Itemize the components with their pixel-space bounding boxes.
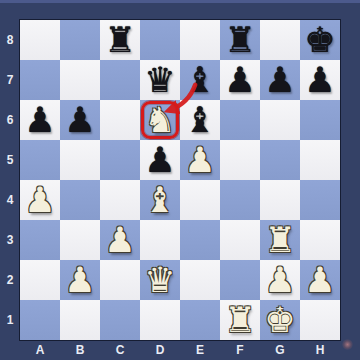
file-label-h: H xyxy=(300,340,340,360)
square-e7[interactable]: ♝ xyxy=(180,60,220,100)
white-pawn[interactable]: ♟ xyxy=(60,260,100,300)
black-king[interactable]: ♚ xyxy=(300,20,340,60)
black-pawn[interactable]: ♟ xyxy=(60,100,100,140)
rank-label-3: 3 xyxy=(0,220,20,260)
white-pawn[interactable]: ♟ xyxy=(260,260,300,300)
rank-label-7: 7 xyxy=(0,60,20,100)
white-queen[interactable]: ♛ xyxy=(140,260,180,300)
square-d4[interactable]: ♝ xyxy=(140,180,180,220)
square-c6[interactable] xyxy=(100,100,140,140)
square-c4[interactable] xyxy=(100,180,140,220)
file-labels: ABCDEFGH xyxy=(20,340,340,360)
rank-label-1: 1 xyxy=(0,300,20,340)
square-g2[interactable]: ♟ xyxy=(260,260,300,300)
square-b5[interactable] xyxy=(60,140,100,180)
rank-label-8: 8 xyxy=(0,20,20,60)
white-bishop[interactable]: ♝ xyxy=(140,180,180,220)
square-b6[interactable]: ♟ xyxy=(60,100,100,140)
square-h7[interactable]: ♟ xyxy=(300,60,340,100)
square-f6[interactable] xyxy=(220,100,260,140)
rank-label-4: 4 xyxy=(0,180,20,220)
white-pawn[interactable]: ♟ xyxy=(20,180,60,220)
file-label-f: F xyxy=(220,340,260,360)
square-b4[interactable] xyxy=(60,180,100,220)
square-c5[interactable] xyxy=(100,140,140,180)
square-b2[interactable]: ♟ xyxy=(60,260,100,300)
file-label-a: A xyxy=(20,340,60,360)
square-h8[interactable]: ♚ xyxy=(300,20,340,60)
square-h5[interactable] xyxy=(300,140,340,180)
square-c3[interactable]: ♟ xyxy=(100,220,140,260)
square-d3[interactable] xyxy=(140,220,180,260)
white-king[interactable]: ♚ xyxy=(260,300,300,340)
white-rook[interactable]: ♜ xyxy=(220,300,260,340)
rank-label-2: 2 xyxy=(0,260,20,300)
square-f2[interactable] xyxy=(220,260,260,300)
black-bishop[interactable]: ♝ xyxy=(180,100,220,140)
square-f3[interactable] xyxy=(220,220,260,260)
square-f4[interactable] xyxy=(220,180,260,220)
black-queen[interactable]: ♛ xyxy=(140,60,180,100)
black-pawn[interactable]: ♟ xyxy=(300,60,340,100)
chess-board: ♜♜♚♛♝♟♟♟♟♟♞♝♟♟♟♝♟♜♟♛♟♟♜♚ xyxy=(20,20,340,340)
square-b1[interactable] xyxy=(60,300,100,340)
white-pawn[interactable]: ♟ xyxy=(100,220,140,260)
square-e6[interactable]: ♝ xyxy=(180,100,220,140)
square-e3[interactable] xyxy=(180,220,220,260)
square-e8[interactable] xyxy=(180,20,220,60)
square-g3[interactable]: ♜ xyxy=(260,220,300,260)
white-pawn[interactable]: ♟ xyxy=(300,260,340,300)
square-e2[interactable] xyxy=(180,260,220,300)
square-g4[interactable] xyxy=(260,180,300,220)
square-h1[interactable] xyxy=(300,300,340,340)
square-a2[interactable] xyxy=(20,260,60,300)
square-d5[interactable]: ♟ xyxy=(140,140,180,180)
file-label-g: G xyxy=(260,340,300,360)
square-a3[interactable] xyxy=(20,220,60,260)
file-label-d: D xyxy=(140,340,180,360)
square-d6[interactable]: ♞ xyxy=(140,100,180,140)
rank-label-5: 5 xyxy=(0,140,20,180)
square-h2[interactable]: ♟ xyxy=(300,260,340,300)
square-h4[interactable] xyxy=(300,180,340,220)
white-rook[interactable]: ♜ xyxy=(260,220,300,260)
black-rook[interactable]: ♜ xyxy=(100,20,140,60)
rank-label-6: 6 xyxy=(0,100,20,140)
square-d2[interactable]: ♛ xyxy=(140,260,180,300)
white-knight[interactable]: ♞ xyxy=(140,100,180,140)
square-h6[interactable] xyxy=(300,100,340,140)
square-c2[interactable] xyxy=(100,260,140,300)
square-d1[interactable] xyxy=(140,300,180,340)
square-e5[interactable]: ♟ xyxy=(180,140,220,180)
square-c1[interactable] xyxy=(100,300,140,340)
square-e4[interactable] xyxy=(180,180,220,220)
black-pawn[interactable]: ♟ xyxy=(140,140,180,180)
square-b7[interactable] xyxy=(60,60,100,100)
square-g6[interactable] xyxy=(260,100,300,140)
white-pawn[interactable]: ♟ xyxy=(180,140,220,180)
square-f8[interactable]: ♜ xyxy=(220,20,260,60)
black-pawn[interactable]: ♟ xyxy=(260,60,300,100)
file-label-b: B xyxy=(60,340,100,360)
square-b8[interactable] xyxy=(60,20,100,60)
square-b3[interactable] xyxy=(60,220,100,260)
black-pawn[interactable]: ♟ xyxy=(220,60,260,100)
square-a7[interactable] xyxy=(20,60,60,100)
square-g7[interactable]: ♟ xyxy=(260,60,300,100)
black-pawn[interactable]: ♟ xyxy=(20,100,60,140)
square-a1[interactable] xyxy=(20,300,60,340)
square-f5[interactable] xyxy=(220,140,260,180)
chess-board-frame: 87654321 ABCDEFGH ♜♜♚♛♝♟♟♟♟♟♞♝♟♟♟♝♟♜♟♛♟♟… xyxy=(0,0,360,360)
square-g5[interactable] xyxy=(260,140,300,180)
square-a6[interactable]: ♟ xyxy=(20,100,60,140)
file-label-c: C xyxy=(100,340,140,360)
square-a4[interactable]: ♟ xyxy=(20,180,60,220)
square-g8[interactable] xyxy=(260,20,300,60)
square-g1[interactable]: ♚ xyxy=(260,300,300,340)
square-d7[interactable]: ♛ xyxy=(140,60,180,100)
square-f1[interactable]: ♜ xyxy=(220,300,260,340)
border-dot xyxy=(342,339,353,350)
rank-labels: 87654321 xyxy=(0,20,20,340)
square-h3[interactable] xyxy=(300,220,340,260)
square-f7[interactable]: ♟ xyxy=(220,60,260,100)
file-label-e: E xyxy=(180,340,220,360)
square-d8[interactable] xyxy=(140,20,180,60)
black-rook[interactable]: ♜ xyxy=(220,20,260,60)
square-a5[interactable] xyxy=(20,140,60,180)
square-c8[interactable]: ♜ xyxy=(100,20,140,60)
black-bishop[interactable]: ♝ xyxy=(180,60,220,100)
square-e1[interactable] xyxy=(180,300,220,340)
square-c7[interactable] xyxy=(100,60,140,100)
square-a8[interactable] xyxy=(20,20,60,60)
